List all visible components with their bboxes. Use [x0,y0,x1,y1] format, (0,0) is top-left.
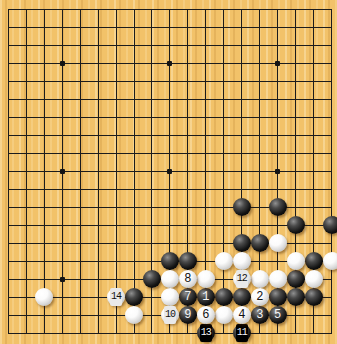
star-point [167,61,172,66]
move-number-label: 4 [238,306,245,324]
white-stone [251,270,269,288]
move-number-label: 1 [202,288,209,306]
black-stone [287,288,305,306]
black-stone: 5 [269,306,287,324]
star-point [60,169,65,174]
white-stone: 10 [161,306,179,324]
white-stone: 14 [107,288,125,306]
white-stone [269,270,287,288]
black-stone [233,198,251,216]
move-number-label: 2 [256,288,263,306]
black-stone [305,288,323,306]
white-stone [269,234,287,252]
move-number-label: 6 [202,306,209,324]
grid-line-horizontal [8,189,332,190]
grid-line-horizontal [8,225,332,226]
black-stone [161,252,179,270]
move-number-label: 11 [236,324,248,342]
move-number-label: 9 [184,306,191,324]
white-stone: 12 [233,270,251,288]
white-stone: 4 [233,306,251,324]
black-stone [305,252,323,270]
white-stone [323,252,337,270]
black-stone: 11 [233,324,251,342]
black-stone: 3 [251,306,269,324]
move-number-label: 7 [184,288,191,306]
white-stone [233,252,251,270]
white-stone: 6 [197,306,215,324]
white-stone [287,252,305,270]
move-number-label: 13 [200,324,212,342]
white-stone [197,270,215,288]
white-stone [215,252,233,270]
black-stone [287,270,305,288]
grid-line-vertical [223,9,224,334]
star-point [167,169,172,174]
move-number-label: 3 [256,306,263,324]
black-stone [125,288,143,306]
black-stone [287,216,305,234]
go-board[interactable]: 1357911132468101214 [0,0,337,344]
black-stone [233,288,251,306]
black-stone [323,216,337,234]
move-number-label: 8 [184,270,191,288]
white-stone [125,306,143,324]
black-stone [251,234,269,252]
black-stone [179,252,197,270]
star-point [60,277,65,282]
move-number-label: 10 [164,306,176,324]
white-stone [305,270,323,288]
star-point [60,61,65,66]
black-stone: 9 [179,306,197,324]
move-number-label: 14 [110,288,122,306]
black-stone [215,288,233,306]
move-number-label: 5 [274,306,281,324]
move-number-label: 12 [236,270,248,288]
star-point [275,169,280,174]
white-stone: 8 [179,270,197,288]
black-stone: 1 [197,288,215,306]
black-stone [233,234,251,252]
white-stone [215,306,233,324]
star-point [275,61,280,66]
white-stone [161,288,179,306]
white-stone: 2 [251,288,269,306]
white-stone [161,270,179,288]
black-stone: 13 [197,324,215,342]
black-stone [269,198,287,216]
grid-line-vertical [331,9,332,334]
grid-line-horizontal [8,333,332,334]
white-stone [35,288,53,306]
black-stone: 7 [179,288,197,306]
black-stone [269,288,287,306]
black-stone [143,270,161,288]
